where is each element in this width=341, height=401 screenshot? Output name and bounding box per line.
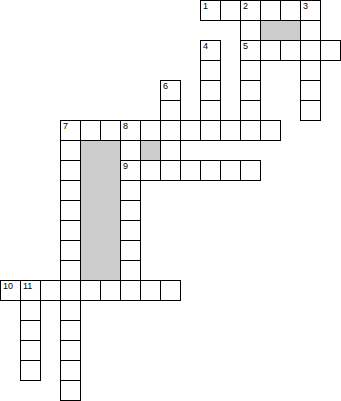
cell-r12c6[interactable] (120, 240, 141, 261)
cell-r0c12[interactable]: 2 (240, 0, 261, 21)
cell-r8c6[interactable]: 9 (120, 160, 141, 181)
cell-r6c11[interactable] (220, 120, 241, 141)
cell-r0c14[interactable] (280, 0, 301, 21)
clue-number-8: 8 (123, 122, 128, 131)
cell-r1c12[interactable] (240, 20, 261, 41)
cell-r10c6[interactable] (120, 200, 141, 221)
cell-r2c14[interactable] (280, 40, 301, 61)
cell-r13c3[interactable] (60, 260, 81, 281)
cell-r6c12[interactable] (240, 120, 261, 141)
clue-number-3: 3 (303, 2, 308, 11)
cell-r6c13[interactable] (260, 120, 281, 141)
cell-r8c10[interactable] (200, 160, 221, 181)
cell-r4c8[interactable]: 6 (160, 80, 181, 101)
cell-r0c10[interactable]: 1 (200, 0, 221, 21)
cell-r15c3[interactable] (60, 300, 81, 321)
cell-r5c8[interactable] (160, 100, 181, 121)
cell-r10c3[interactable] (60, 200, 81, 221)
cell-r14c6[interactable] (120, 280, 141, 301)
cell-r0c13[interactable] (260, 0, 281, 21)
cell-r14c2[interactable] (40, 280, 61, 301)
cell-r14c5[interactable] (100, 280, 121, 301)
cell-r18c3[interactable] (60, 360, 81, 381)
clue-number-9: 9 (123, 162, 128, 171)
cell-r2c16[interactable] (320, 40, 341, 61)
crossword-board: 1234567891011 (0, 0, 341, 401)
cell-r17c1[interactable] (20, 340, 41, 361)
cell-r6c8[interactable] (160, 120, 181, 141)
cell-r0c15[interactable]: 3 (300, 0, 321, 21)
cell-r15c1[interactable] (20, 300, 41, 321)
cell-r13c6[interactable] (120, 260, 141, 281)
cell-r18c1[interactable] (20, 360, 41, 381)
cell-r8c3[interactable] (60, 160, 81, 181)
cell-r3c12[interactable] (240, 60, 261, 81)
cell-r14c1[interactable]: 11 (20, 280, 41, 301)
cell-r14c8[interactable] (160, 280, 181, 301)
cell-r4c15[interactable] (300, 80, 321, 101)
cell-r6c9[interactable] (180, 120, 201, 141)
cell-r6c5[interactable] (100, 120, 121, 141)
cell-r5c12[interactable] (240, 100, 261, 121)
cell-r2c15[interactable] (300, 40, 321, 61)
cell-r4c12[interactable] (240, 80, 261, 101)
cell-r4c10[interactable] (200, 80, 221, 101)
cell-r8c9[interactable] (180, 160, 201, 181)
clue-number-4: 4 (203, 42, 208, 51)
cell-r14c3[interactable] (60, 280, 81, 301)
cell-r8c8[interactable] (160, 160, 181, 181)
clue-number-11: 11 (23, 282, 32, 291)
cell-r5c15[interactable] (300, 100, 321, 121)
cell-r19c3[interactable] (60, 380, 81, 401)
cell-r2c10[interactable]: 4 (200, 40, 221, 61)
clue-number-2: 2 (243, 2, 248, 11)
cell-r9c3[interactable] (60, 180, 81, 201)
clue-number-5: 5 (243, 42, 248, 51)
cell-r14c0[interactable]: 10 (0, 280, 21, 301)
cell-r9c6[interactable] (120, 180, 141, 201)
cell-r2c12[interactable]: 5 (240, 40, 261, 61)
clue-number-1: 1 (203, 2, 208, 11)
clue-number-7: 7 (63, 122, 68, 131)
cell-r7c6[interactable] (120, 140, 141, 161)
cell-r7c3[interactable] (60, 140, 81, 161)
clue-number-6: 6 (163, 82, 168, 91)
cell-r7c8[interactable] (160, 140, 181, 161)
cell-r0c11[interactable] (220, 0, 241, 21)
cell-r6c7[interactable] (140, 120, 161, 141)
shaded-block-3 (140, 140, 161, 161)
cell-r14c7[interactable] (140, 280, 161, 301)
cell-r2c13[interactable] (260, 40, 281, 61)
cell-r5c10[interactable] (200, 100, 221, 121)
cell-r16c3[interactable] (60, 320, 81, 341)
cell-r8c12[interactable] (240, 160, 261, 181)
cell-r8c11[interactable] (220, 160, 241, 181)
cell-r1c15[interactable] (300, 20, 321, 41)
cell-r6c10[interactable] (200, 120, 221, 141)
cell-r11c6[interactable] (120, 220, 141, 241)
cell-r3c15[interactable] (300, 60, 321, 81)
cell-r14c4[interactable] (80, 280, 101, 301)
cell-r3c10[interactable] (200, 60, 221, 81)
cell-r6c6[interactable]: 8 (120, 120, 141, 141)
shaded-block-1 (260, 20, 301, 41)
cell-r16c1[interactable] (20, 320, 41, 341)
cell-r11c3[interactable] (60, 220, 81, 241)
cell-r8c7[interactable] (140, 160, 161, 181)
clue-number-10: 10 (3, 282, 13, 291)
cell-r6c3[interactable]: 7 (60, 120, 81, 141)
cell-r17c3[interactable] (60, 340, 81, 361)
shaded-block-2 (80, 140, 121, 281)
cell-r12c3[interactable] (60, 240, 81, 261)
cell-r6c4[interactable] (80, 120, 101, 141)
